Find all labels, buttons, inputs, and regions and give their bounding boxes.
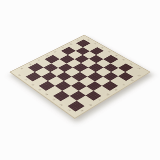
board-tilt-wrapper: abcdefgh abcdefgh 87654321 87654321 (24, 22, 135, 122)
scene: abcdefgh abcdefgh 87654321 87654321 (0, 0, 160, 160)
chess-board: abcdefgh abcdefgh 87654321 87654321 (9, 35, 150, 119)
board-grid (19, 39, 141, 111)
